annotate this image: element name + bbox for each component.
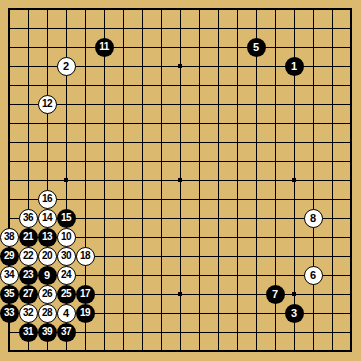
stone-black-1: 1 <box>285 57 304 76</box>
stone-white-18: 18 <box>76 247 95 266</box>
stone-black-11: 11 <box>95 38 114 57</box>
stone-white-4: 4 <box>57 304 76 323</box>
stone-black-33: 33 <box>0 304 19 323</box>
stone-black-13: 13 <box>38 228 57 247</box>
stones-layer: 1234567891011121314151617181920212223242… <box>0 0 361 361</box>
stone-black-3: 3 <box>285 304 304 323</box>
stone-black-31: 31 <box>19 323 38 342</box>
stone-white-26: 26 <box>38 285 57 304</box>
stone-black-19: 19 <box>76 304 95 323</box>
go-board: 1234567891011121314151617181920212223242… <box>0 0 361 361</box>
stone-white-36: 36 <box>19 209 38 228</box>
stone-black-7: 7 <box>266 285 285 304</box>
stone-white-34: 34 <box>0 266 19 285</box>
stone-black-15: 15 <box>57 209 76 228</box>
stone-black-17: 17 <box>76 285 95 304</box>
stone-black-21: 21 <box>19 228 38 247</box>
stone-white-32: 32 <box>19 304 38 323</box>
stone-black-39: 39 <box>38 323 57 342</box>
stone-white-24: 24 <box>57 266 76 285</box>
stone-black-23: 23 <box>19 266 38 285</box>
stone-black-27: 27 <box>19 285 38 304</box>
stone-white-8: 8 <box>304 209 323 228</box>
stone-white-2: 2 <box>57 57 76 76</box>
stone-white-28: 28 <box>38 304 57 323</box>
stone-black-5: 5 <box>247 38 266 57</box>
stone-black-29: 29 <box>0 247 19 266</box>
stone-white-16: 16 <box>38 190 57 209</box>
stone-white-12: 12 <box>38 95 57 114</box>
stone-black-9: 9 <box>38 266 57 285</box>
stone-black-35: 35 <box>0 285 19 304</box>
stone-white-14: 14 <box>38 209 57 228</box>
stone-white-38: 38 <box>0 228 19 247</box>
stone-white-6: 6 <box>304 266 323 285</box>
stone-white-22: 22 <box>19 247 38 266</box>
stone-black-37: 37 <box>57 323 76 342</box>
stone-white-20: 20 <box>38 247 57 266</box>
stone-black-25: 25 <box>57 285 76 304</box>
stone-white-10: 10 <box>57 228 76 247</box>
stone-white-30: 30 <box>57 247 76 266</box>
